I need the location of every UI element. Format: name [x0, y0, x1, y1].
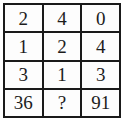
grid-cell-r1c2: 4 — [44, 5, 81, 31]
grid-cell-r2c1: 1 — [5, 33, 42, 59]
puzzle-page: 2 4 0 1 2 4 3 1 3 36 ? 91 — [0, 0, 125, 122]
grid-cell-r4c1: 36 — [5, 90, 42, 116]
grid-cell-r4c2-unknown: ? — [44, 90, 81, 116]
grid-cell-r3c2: 1 — [44, 62, 81, 88]
puzzle-grid: 2 4 0 1 2 4 3 1 3 36 ? 91 — [3, 3, 121, 118]
grid-cell-r3c3: 3 — [82, 62, 119, 88]
grid-cell-r1c1: 2 — [5, 5, 42, 31]
grid-cell-r3c1: 3 — [5, 62, 42, 88]
grid-cell-r2c2: 2 — [44, 33, 81, 59]
grid-cell-r2c3: 4 — [82, 33, 119, 59]
grid-cell-r4c3: 91 — [82, 90, 119, 116]
grid-cell-r1c3: 0 — [82, 5, 119, 31]
